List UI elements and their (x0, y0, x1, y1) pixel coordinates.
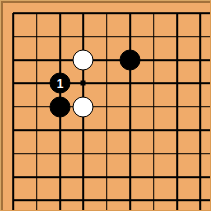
intersection-c7-r1 (142, 2, 165, 25)
black-stone (50, 96, 71, 117)
intersection-c2-r2 (25, 25, 48, 48)
intersection-c6-r9 (119, 189, 142, 211)
intersection-c5-r2 (95, 25, 118, 48)
star-point (81, 81, 86, 86)
intersection-c6-r7 (119, 142, 142, 165)
white-stone (73, 50, 94, 71)
intersection-c7-r4 (142, 72, 165, 95)
intersection-c9-r3 (189, 48, 211, 71)
intersection-c1-r1 (2, 2, 25, 25)
intersection-c8-r6 (165, 119, 188, 142)
intersection-c3-r2 (48, 25, 71, 48)
move-number-label: 1 (57, 77, 64, 89)
intersection-c5-r3 (95, 48, 118, 71)
intersection-c9-r4 (189, 72, 211, 95)
go-board-grid: 1 (2, 2, 211, 211)
intersection-c8-r5 (165, 95, 188, 118)
intersection-c3-r5 (48, 95, 71, 118)
intersection-c1-r9 (2, 189, 25, 211)
intersection-c5-r1 (95, 2, 118, 25)
intersection-c2-r4 (25, 72, 48, 95)
intersection-c8-r8 (165, 165, 188, 188)
board-edge-left (1, 1, 3, 210)
intersection-c3-r3 (48, 48, 71, 71)
intersection-c4-r7 (72, 142, 95, 165)
intersection-c8-r9 (165, 189, 188, 211)
intersection-c6-r1 (119, 2, 142, 25)
intersection-c1-r3 (2, 48, 25, 71)
intersection-c5-r4 (95, 72, 118, 95)
intersection-c8-r4 (165, 72, 188, 95)
intersection-c3-r8 (48, 165, 71, 188)
intersection-c9-r6 (189, 119, 211, 142)
intersection-c7-r2 (142, 25, 165, 48)
intersection-c5-r6 (95, 119, 118, 142)
intersection-c2-r1 (25, 2, 48, 25)
intersection-c8-r3 (165, 48, 188, 71)
black-stone (120, 50, 141, 71)
intersection-c4-r9 (72, 189, 95, 211)
intersection-c4-r3 (72, 48, 95, 71)
intersection-c8-r2 (165, 25, 188, 48)
intersection-c1-r4 (2, 72, 25, 95)
intersection-c2-r8 (25, 165, 48, 188)
intersection-c3-r4: 1 (48, 72, 71, 95)
intersection-c7-r3 (142, 48, 165, 71)
intersection-c2-r7 (25, 142, 48, 165)
intersection-c8-r1 (165, 2, 188, 25)
intersection-c9-r7 (189, 142, 211, 165)
intersection-c5-r8 (95, 165, 118, 188)
intersection-c9-r1 (189, 2, 211, 25)
intersection-c7-r5 (142, 95, 165, 118)
intersection-c3-r6 (48, 119, 71, 142)
intersection-c3-r9 (48, 189, 71, 211)
intersection-c7-r8 (142, 165, 165, 188)
intersection-c5-r9 (95, 189, 118, 211)
intersection-c8-r7 (165, 142, 188, 165)
intersection-c6-r5 (119, 95, 142, 118)
intersection-c4-r5 (72, 95, 95, 118)
intersection-c1-r5 (2, 95, 25, 118)
intersection-c1-r2 (2, 25, 25, 48)
intersection-c2-r3 (25, 48, 48, 71)
intersection-c6-r2 (119, 25, 142, 48)
intersection-c6-r6 (119, 119, 142, 142)
intersection-c4-r6 (72, 119, 95, 142)
intersection-c7-r9 (142, 189, 165, 211)
intersection-c1-r8 (2, 165, 25, 188)
intersection-c6-r4 (119, 72, 142, 95)
board-edge-top (1, 1, 210, 3)
intersection-c3-r7 (48, 142, 71, 165)
intersection-c5-r7 (95, 142, 118, 165)
intersection-c4-r2 (72, 25, 95, 48)
intersection-c7-r7 (142, 142, 165, 165)
intersection-c7-r6 (142, 119, 165, 142)
intersection-c5-r5 (95, 95, 118, 118)
intersection-c4-r1 (72, 2, 95, 25)
intersection-c6-r8 (119, 165, 142, 188)
intersection-c9-r5 (189, 95, 211, 118)
intersection-c9-r2 (189, 25, 211, 48)
intersection-c4-r8 (72, 165, 95, 188)
intersection-c1-r7 (2, 142, 25, 165)
white-stone (73, 96, 94, 117)
intersection-c1-r6 (2, 119, 25, 142)
intersection-c9-r8 (189, 165, 211, 188)
intersection-c2-r6 (25, 119, 48, 142)
intersection-c2-r5 (25, 95, 48, 118)
intersection-c9-r9 (189, 189, 211, 211)
intersection-c4-r4 (72, 72, 95, 95)
intersection-c2-r9 (25, 189, 48, 211)
intersection-c6-r3 (119, 48, 142, 71)
intersection-c3-r1 (48, 2, 71, 25)
go-diagram: 1 (0, 0, 211, 211)
black-stone: 1 (50, 73, 71, 94)
